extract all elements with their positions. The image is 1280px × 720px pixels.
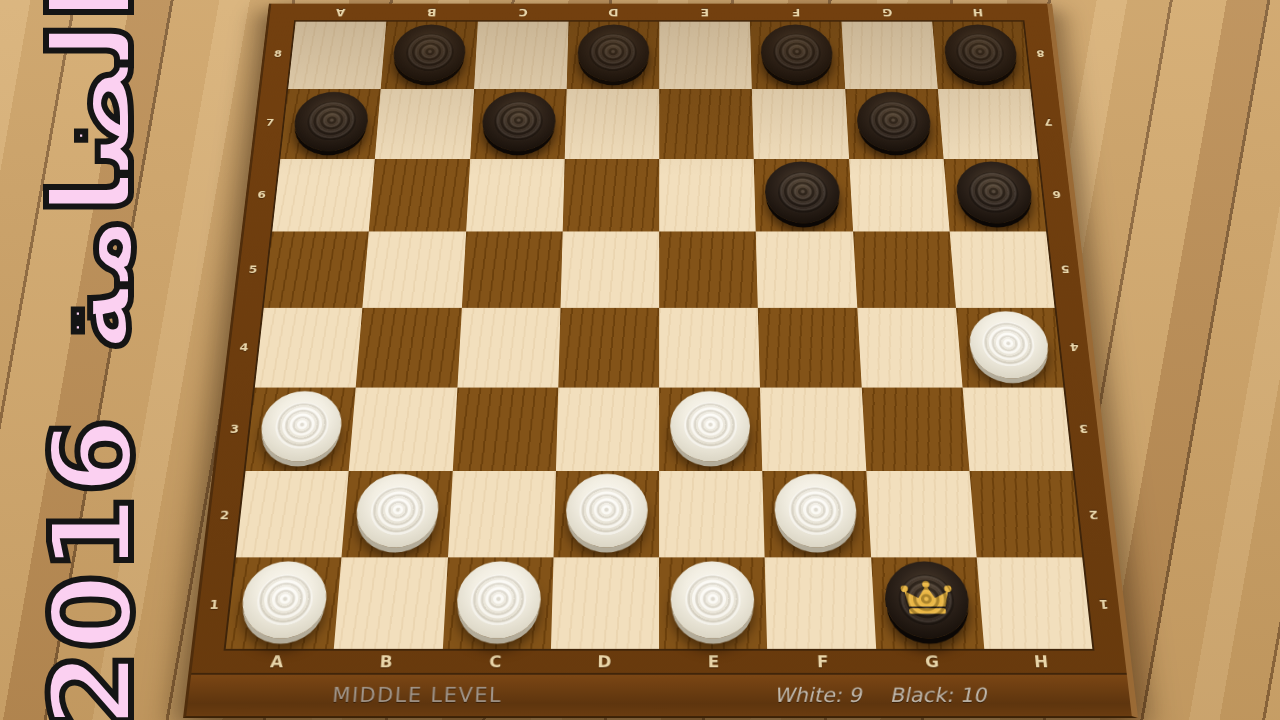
black-piece-d8[interactable] — [577, 24, 649, 81]
square-c8[interactable] — [474, 22, 569, 89]
app-title-year: 2016 — [36, 417, 148, 720]
square-h7[interactable] — [938, 89, 1039, 159]
file-label-bottom-H: H — [986, 653, 1097, 671]
file-label-bottom-C: C — [440, 653, 550, 671]
square-b2[interactable] — [342, 471, 453, 558]
square-g6[interactable] — [849, 159, 950, 232]
square-e8[interactable] — [659, 22, 752, 89]
square-a8[interactable] — [288, 22, 386, 89]
square-e3[interactable] — [659, 387, 762, 470]
square-f2[interactable] — [762, 471, 870, 558]
square-e7[interactable] — [659, 89, 754, 159]
checkers-board: ABCDEFGH 87654321 87654321 ABCDEFGH MIDD… — [183, 4, 1138, 718]
file-label-bottom-D: D — [550, 653, 659, 671]
white-piece-d2[interactable] — [565, 474, 648, 547]
square-c4[interactable] — [457, 308, 560, 388]
score-counters: White: 9 Black: 10 — [734, 684, 1027, 707]
square-d7[interactable] — [564, 89, 659, 159]
file-label-top-E: E — [659, 6, 750, 18]
rank-label-left-6: 6 — [257, 189, 267, 200]
square-h1[interactable] — [976, 558, 1092, 649]
white-piece-b2[interactable] — [354, 474, 441, 547]
file-label-bottom-E: E — [659, 653, 768, 671]
square-g2[interactable] — [866, 471, 977, 558]
rank-label-left-4: 4 — [239, 341, 249, 354]
black-piece-f6[interactable] — [764, 162, 841, 224]
square-f7[interactable] — [752, 89, 849, 159]
app-title-vertical: الضامة 2016 — [4, 0, 180, 716]
level-label: MIDDLE LEVEL — [187, 684, 646, 707]
rank-label-right-3: 3 — [1079, 423, 1090, 436]
square-f3[interactable] — [760, 387, 866, 470]
square-f5[interactable] — [756, 232, 857, 308]
app-background: الضامة 2016 ABCDEFGH 87654321 87654321 A… — [0, 0, 1280, 720]
black-piece-a7[interactable] — [292, 92, 371, 151]
file-label-top-F: F — [750, 6, 842, 18]
square-d1[interactable] — [551, 558, 659, 649]
file-label-top-D: D — [568, 6, 659, 18]
file-labels-bottom: ABCDEFGH — [191, 651, 1126, 673]
rank-label-left-1: 1 — [209, 597, 220, 611]
square-a2[interactable] — [236, 471, 349, 558]
black-king-g1[interactable] — [883, 561, 972, 638]
board-frame: ABCDEFGH 87654321 87654321 ABCDEFGH MIDD… — [183, 4, 1138, 718]
square-a5[interactable] — [264, 232, 369, 308]
square-f4[interactable] — [758, 308, 861, 388]
square-c6[interactable] — [466, 159, 565, 232]
square-g4[interactable] — [857, 308, 962, 388]
app-title-arabic: الضامة — [36, 0, 148, 353]
square-c3[interactable] — [452, 387, 558, 470]
status-bar: MIDDLE LEVEL White: 9 Black: 10 — [186, 673, 1132, 716]
rank-label-right-7: 7 — [1044, 117, 1054, 128]
black-piece-c7[interactable] — [481, 92, 557, 151]
square-c2[interactable] — [447, 471, 555, 558]
square-g5[interactable] — [853, 232, 956, 308]
white-piece-c1[interactable] — [455, 561, 542, 638]
rank-label-left-7: 7 — [265, 117, 275, 128]
square-h5[interactable] — [949, 232, 1054, 308]
rank-label-left-5: 5 — [248, 263, 258, 275]
square-e4[interactable] — [659, 308, 760, 388]
file-label-top-A: A — [294, 6, 386, 18]
square-b1[interactable] — [334, 558, 447, 649]
file-label-bottom-F: F — [768, 653, 878, 671]
square-d8[interactable] — [566, 22, 659, 89]
king-crown-icon — [899, 580, 955, 618]
file-label-top-B: B — [386, 6, 478, 18]
rank-label-right-5: 5 — [1060, 263, 1070, 275]
square-g1[interactable] — [871, 558, 984, 649]
white-piece-e3[interactable] — [670, 391, 751, 461]
black-piece-h6[interactable] — [954, 162, 1035, 224]
square-b6[interactable] — [369, 159, 470, 232]
rank-label-right-1: 1 — [1098, 597, 1109, 611]
white-piece-f2[interactable] — [774, 474, 859, 547]
square-a1[interactable] — [226, 558, 342, 649]
square-e6[interactable] — [659, 159, 756, 232]
rank-label-right-2: 2 — [1088, 508, 1099, 522]
rank-label-right-6: 6 — [1052, 189, 1062, 200]
square-h2[interactable] — [969, 471, 1082, 558]
rank-label-right-4: 4 — [1069, 341, 1079, 354]
square-h6[interactable] — [943, 159, 1046, 232]
square-b3[interactable] — [349, 387, 457, 470]
white-piece-a3[interactable] — [258, 391, 345, 461]
square-b5[interactable] — [363, 232, 466, 308]
square-d2[interactable] — [553, 471, 659, 558]
square-c7[interactable] — [470, 89, 567, 159]
square-d3[interactable] — [556, 387, 659, 470]
square-b7[interactable] — [375, 89, 474, 159]
square-e2[interactable] — [659, 471, 765, 558]
square-f1[interactable] — [765, 558, 876, 649]
square-g8[interactable] — [841, 22, 937, 89]
square-b8[interactable] — [381, 22, 478, 89]
square-d5[interactable] — [560, 232, 659, 308]
black-piece-h8[interactable] — [942, 24, 1019, 81]
black-piece-g7[interactable] — [855, 92, 932, 151]
square-g7[interactable] — [845, 89, 944, 159]
square-h8[interactable] — [932, 22, 1030, 89]
square-f8[interactable] — [750, 22, 845, 89]
file-label-top-H: H — [932, 6, 1024, 18]
black-piece-b8[interactable] — [392, 24, 468, 81]
file-label-bottom-A: A — [221, 653, 332, 671]
square-c1[interactable] — [442, 558, 553, 649]
board-grid — [224, 20, 1095, 650]
file-label-top-C: C — [477, 6, 569, 18]
square-a7[interactable] — [280, 89, 381, 159]
square-h3[interactable] — [962, 387, 1072, 470]
rank-label-right-8: 8 — [1036, 48, 1045, 59]
file-label-bottom-B: B — [331, 653, 441, 671]
square-g3[interactable] — [861, 387, 969, 470]
square-d6[interactable] — [562, 159, 659, 232]
black-count: Black: 10 — [889, 684, 987, 707]
file-label-top-G: G — [841, 6, 933, 18]
square-f6[interactable] — [754, 159, 853, 232]
rank-label-left-3: 3 — [229, 423, 240, 436]
square-e5[interactable] — [659, 232, 758, 308]
file-labels-top: ABCDEFGH — [269, 4, 1049, 21]
white-piece-e1[interactable] — [671, 561, 755, 638]
rank-label-left-2: 2 — [219, 508, 230, 522]
square-d4[interactable] — [558, 308, 659, 388]
file-label-bottom-G: G — [877, 653, 987, 671]
square-b4[interactable] — [356, 308, 462, 388]
white-count: White: 9 — [774, 684, 863, 707]
rank-label-left-8: 8 — [273, 48, 282, 59]
square-h4[interactable] — [956, 308, 1064, 388]
white-piece-a1[interactable] — [239, 561, 330, 638]
white-piece-h4[interactable] — [967, 311, 1051, 378]
black-piece-f8[interactable] — [760, 24, 834, 81]
square-a3[interactable] — [246, 387, 356, 470]
square-e1[interactable] — [659, 558, 767, 649]
square-a4[interactable] — [255, 308, 363, 388]
square-c5[interactable] — [461, 232, 562, 308]
square-a6[interactable] — [272, 159, 375, 232]
